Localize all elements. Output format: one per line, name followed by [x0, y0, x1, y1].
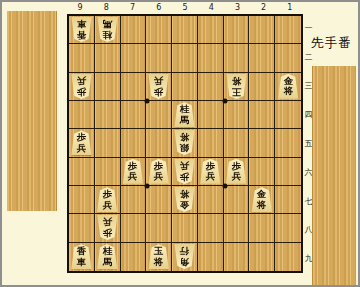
- file-label-4: 4: [198, 2, 224, 13]
- board-cell-3-4[interactable]: [224, 101, 250, 129]
- board-cell-3-1[interactable]: [224, 16, 250, 44]
- board-cell-3-7[interactable]: [224, 186, 250, 214]
- piece-kanji: 歩: [102, 189, 111, 200]
- board-cell-6-4[interactable]: [146, 101, 172, 129]
- piece-kanji: 兵: [128, 171, 137, 182]
- board-cell-9-1[interactable]: 香車: [69, 16, 95, 44]
- piece-kanji: 兵: [77, 76, 86, 87]
- piece-kanji: 車: [77, 257, 86, 268]
- board-cell-5-8[interactable]: [172, 214, 198, 242]
- piece-王将-gote[interactable]: 王将: [226, 74, 247, 99]
- board-cell-9-6[interactable]: [69, 158, 95, 186]
- piece-角行-gote[interactable]: 角行: [174, 244, 195, 269]
- piece-桂馬-gote[interactable]: 桂馬: [97, 17, 118, 42]
- piece-kanji: 歩: [77, 86, 86, 97]
- board-cell-8-7[interactable]: 歩兵: [95, 186, 121, 214]
- piece-桂馬-sente[interactable]: 桂馬: [174, 102, 195, 127]
- board-cell-4-9[interactable]: [198, 243, 224, 271]
- board-cell-5-3[interactable]: [172, 73, 198, 101]
- piece-kanji: 馬: [180, 115, 189, 126]
- board-cell-4-2[interactable]: [198, 44, 224, 72]
- hoshi-dot: [223, 99, 228, 104]
- turn-indicator: 先手番: [311, 35, 359, 52]
- board-cell-1-2[interactable]: [275, 44, 301, 72]
- board-cell-7-2[interactable]: [121, 44, 147, 72]
- board-cell-4-3[interactable]: [198, 73, 224, 101]
- piece-金将-sente[interactable]: 金将: [278, 74, 299, 99]
- board-cell-8-2[interactable]: [95, 44, 121, 72]
- piece-kanji: 将: [180, 189, 189, 200]
- shogi-diagram: 987654321 一二三四五六七八九 香車桂馬歩兵歩兵王将金将桂馬歩兵銀将歩兵…: [0, 0, 360, 287]
- piece-金将-sente[interactable]: 金将: [251, 187, 272, 212]
- hoshi-dot: [145, 99, 150, 104]
- piece-歩兵-sente[interactable]: 歩兵: [97, 187, 118, 212]
- piece-歩兵-gote[interactable]: 歩兵: [97, 215, 118, 240]
- piece-kanji: 香: [77, 246, 86, 257]
- board-cell-2-5[interactable]: [249, 129, 275, 157]
- board-cell-4-4[interactable]: [198, 101, 224, 129]
- board-cell-9-2[interactable]: [69, 44, 95, 72]
- board-cell-7-7[interactable]: [121, 186, 147, 214]
- board-cell-1-4[interactable]: [275, 101, 301, 129]
- board-cell-6-6[interactable]: 歩兵: [146, 158, 172, 186]
- hoshi-dot: [223, 184, 228, 189]
- board-cell-7-4[interactable]: [121, 101, 147, 129]
- piece-歩兵-sente[interactable]: 歩兵: [148, 159, 169, 184]
- piece-kanji: 兵: [231, 171, 240, 182]
- board-cell-8-3[interactable]: [95, 73, 121, 101]
- board-cell-5-1[interactable]: [172, 16, 198, 44]
- piece-kanji: 行: [180, 246, 189, 257]
- piece-kanji: 将: [180, 132, 189, 143]
- board-cell-6-1[interactable]: [146, 16, 172, 44]
- board-cell-8-9[interactable]: 桂馬: [95, 243, 121, 271]
- piece-kanji: 金: [180, 200, 189, 211]
- piece-桂馬-sente[interactable]: 桂馬: [97, 244, 118, 269]
- board-cell-2-9[interactable]: [249, 243, 275, 271]
- piece-kanji: 桂: [102, 246, 111, 257]
- board-cell-8-8[interactable]: 歩兵: [95, 214, 121, 242]
- piece-kanji: 銀: [180, 143, 189, 154]
- board-cell-5-6[interactable]: 歩兵: [172, 158, 198, 186]
- board-cell-8-6[interactable]: [95, 158, 121, 186]
- piece-kanji: 兵: [206, 171, 215, 182]
- board-cell-2-4[interactable]: [249, 101, 275, 129]
- file-label-2: 2: [251, 2, 277, 13]
- board-cell-2-6[interactable]: [249, 158, 275, 186]
- piece-kanji: 将: [231, 76, 240, 87]
- piece-kanji: 桂: [102, 30, 111, 41]
- board-cell-7-9[interactable]: [121, 243, 147, 271]
- board-cell-4-6[interactable]: 歩兵: [198, 158, 224, 186]
- piece-kanji: 兵: [154, 171, 163, 182]
- board-cell-2-2[interactable]: [249, 44, 275, 72]
- board-cell-1-3[interactable]: 金将: [275, 73, 301, 101]
- piece-kanji: 兵: [180, 161, 189, 172]
- piece-金将-gote[interactable]: 金将: [174, 187, 195, 212]
- board-cell-9-7[interactable]: [69, 186, 95, 214]
- board-cell-9-9[interactable]: 香車: [69, 243, 95, 271]
- piece-歩兵-gote[interactable]: 歩兵: [71, 74, 92, 99]
- piece-kanji: 歩: [128, 161, 137, 172]
- piece-玉将-sente[interactable]: 玉将: [148, 244, 169, 269]
- file-label-8: 8: [93, 2, 119, 13]
- piece-kanji: 歩: [102, 228, 111, 239]
- board-cell-2-7[interactable]: 金将: [249, 186, 275, 214]
- board-cell-9-4[interactable]: [69, 101, 95, 129]
- piece-kanji: 兵: [77, 143, 86, 154]
- piece-kanji: 兵: [102, 200, 111, 211]
- piece-kanji: 兵: [102, 217, 111, 228]
- board-cell-7-5[interactable]: [121, 129, 147, 157]
- board-cell-3-6[interactable]: 歩兵: [224, 158, 250, 186]
- board-cell-6-2[interactable]: [146, 44, 172, 72]
- piece-香車-gote[interactable]: 香車: [71, 17, 92, 42]
- file-label-7: 7: [119, 2, 145, 13]
- board-cell-6-5[interactable]: [146, 129, 172, 157]
- piece-歩兵-sente[interactable]: 歩兵: [200, 159, 221, 184]
- board-cell-3-2[interactable]: [224, 44, 250, 72]
- board-cell-5-4[interactable]: 桂馬: [172, 101, 198, 129]
- file-label-6: 6: [146, 2, 172, 13]
- piece-歩兵-sente[interactable]: 歩兵: [226, 159, 247, 184]
- board-cell-1-5[interactable]: [275, 129, 301, 157]
- file-label-1: 1: [277, 2, 303, 13]
- board-cell-4-1[interactable]: [198, 16, 224, 44]
- board-cell-6-9[interactable]: 玉将: [146, 243, 172, 271]
- piece-kanji: 金: [257, 189, 266, 200]
- piece-kanji: 歩: [154, 86, 163, 97]
- piece-kanji: 将: [154, 257, 163, 268]
- board-cell-8-4[interactable]: [95, 101, 121, 129]
- board-cell-1-9[interactable]: [275, 243, 301, 271]
- piece-kanji: 角: [180, 257, 189, 268]
- file-labels: 987654321: [67, 2, 303, 13]
- board-cell-7-8[interactable]: [121, 214, 147, 242]
- board-cell-2-8[interactable]: [249, 214, 275, 242]
- board-cell-5-9[interactable]: 角行: [172, 243, 198, 271]
- gote-captured-tray: [7, 11, 57, 211]
- file-label-3: 3: [224, 2, 250, 13]
- file-label-5: 5: [172, 2, 198, 13]
- board-cell-9-8[interactable]: [69, 214, 95, 242]
- piece-kanji: 桂: [180, 104, 189, 115]
- piece-kanji: 車: [77, 19, 86, 30]
- board-cell-4-7[interactable]: [198, 186, 224, 214]
- piece-歩兵-sente[interactable]: 歩兵: [122, 159, 143, 184]
- piece-kanji: 馬: [102, 257, 111, 268]
- board-cell-8-1[interactable]: 桂馬: [95, 16, 121, 44]
- piece-歩兵-sente[interactable]: 歩兵: [71, 130, 92, 155]
- board-cell-1-6[interactable]: [275, 158, 301, 186]
- board-cell-4-8[interactable]: [198, 214, 224, 242]
- sente-captured-tray: [312, 66, 356, 285]
- board-cell-1-8[interactable]: [275, 214, 301, 242]
- piece-kanji: 将: [257, 200, 266, 211]
- board-cell-6-7[interactable]: [146, 186, 172, 214]
- board-cell-9-3[interactable]: 歩兵: [69, 73, 95, 101]
- piece-歩兵-gote[interactable]: 歩兵: [174, 159, 195, 184]
- board-cell-7-3[interactable]: [121, 73, 147, 101]
- piece-kanji: 歩: [154, 161, 163, 172]
- piece-歩兵-gote[interactable]: 歩兵: [148, 74, 169, 99]
- piece-kanji: 王: [231, 86, 240, 97]
- board-cell-7-6[interactable]: 歩兵: [121, 158, 147, 186]
- board-cell-1-7[interactable]: [275, 186, 301, 214]
- hoshi-dot: [145, 184, 150, 189]
- piece-香車-sente[interactable]: 香車: [71, 244, 92, 269]
- board-cell-4-5[interactable]: [198, 129, 224, 157]
- piece-kanji: 歩: [180, 171, 189, 182]
- piece-kanji: 玉: [154, 246, 163, 257]
- board-cell-7-1[interactable]: [121, 16, 147, 44]
- piece-kanji: 馬: [102, 19, 111, 30]
- piece-kanji: 香: [77, 30, 86, 41]
- board-cell-2-3[interactable]: [249, 73, 275, 101]
- board-cell-2-1[interactable]: [249, 16, 275, 44]
- board-cell-3-9[interactable]: [224, 243, 250, 271]
- board-cell-5-2[interactable]: [172, 44, 198, 72]
- board-cell-6-3[interactable]: 歩兵: [146, 73, 172, 101]
- board-cell-9-5[interactable]: 歩兵: [69, 129, 95, 157]
- board-cell-5-5[interactable]: 銀将: [172, 129, 198, 157]
- shogi-board: 香車桂馬歩兵歩兵王将金将桂馬歩兵銀将歩兵歩兵歩兵歩兵歩兵歩兵金将金将歩兵香車桂馬…: [67, 14, 303, 273]
- board-cell-6-8[interactable]: [146, 214, 172, 242]
- board-cell-1-1[interactable]: [275, 16, 301, 44]
- piece-kanji: 将: [283, 86, 292, 97]
- piece-kanji: 金: [283, 76, 292, 87]
- board-cell-8-5[interactable]: [95, 129, 121, 157]
- board-cell-5-7[interactable]: 金将: [172, 186, 198, 214]
- piece-kanji: 歩: [206, 161, 215, 172]
- board-cell-3-5[interactable]: [224, 129, 250, 157]
- piece-kanji: 歩: [77, 132, 86, 143]
- board-cell-3-3[interactable]: 王将: [224, 73, 250, 101]
- piece-kanji: 歩: [231, 161, 240, 172]
- piece-銀将-gote[interactable]: 銀将: [174, 130, 195, 155]
- file-label-9: 9: [67, 2, 93, 13]
- board-cell-3-8[interactable]: [224, 214, 250, 242]
- piece-kanji: 兵: [154, 76, 163, 87]
